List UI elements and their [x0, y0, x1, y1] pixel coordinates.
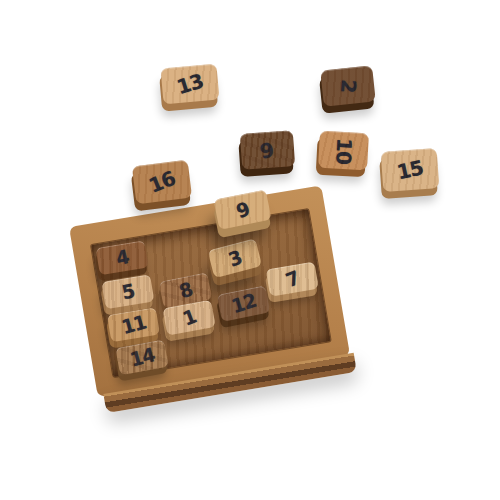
tile-7[interactable]: 7 [266, 262, 319, 297]
tile-number: 15 [395, 158, 424, 183]
tile-number: 3 [226, 247, 244, 269]
tile-number: 13 [175, 71, 206, 98]
tile-number: 11 [119, 312, 147, 337]
tile-number: 5 [120, 281, 136, 302]
scene: 435871111214 9 1326101516 [0, 0, 500, 500]
tile-12[interactable]: 12 [217, 285, 271, 322]
tile-2[interactable]: 2 [320, 65, 375, 106]
tile-number: 8 [177, 279, 195, 301]
tile-number: 9 [234, 199, 252, 221]
tile-number: 10 [333, 137, 354, 164]
tile-14[interactable]: 14 [115, 339, 168, 375]
tile-13[interactable]: 13 [161, 64, 220, 105]
tile-4[interactable]: 4 [96, 240, 149, 275]
puzzle-board-tray: 435871111214 9 [69, 185, 350, 397]
tile-11[interactable]: 11 [107, 307, 160, 342]
tile-number: 4 [114, 247, 130, 269]
tile-16[interactable]: 16 [132, 160, 192, 205]
tile-number: 16 [146, 168, 177, 196]
tile-15[interactable]: 15 [381, 148, 440, 192]
tile-number: 6 [259, 139, 276, 161]
tile-number: 1 [180, 307, 198, 329]
tile-10[interactable]: 10 [318, 131, 369, 171]
tile-6[interactable]: 6 [240, 130, 295, 170]
tile-number: 12 [229, 291, 258, 317]
tile-5[interactable]: 5 [101, 274, 154, 309]
tile-3[interactable]: 3 [208, 238, 263, 278]
tile-number: 2 [338, 79, 359, 93]
tile-number: 14 [128, 345, 156, 370]
board-interior-floor: 435871111214 [90, 208, 332, 378]
tile-number: 7 [283, 268, 301, 290]
